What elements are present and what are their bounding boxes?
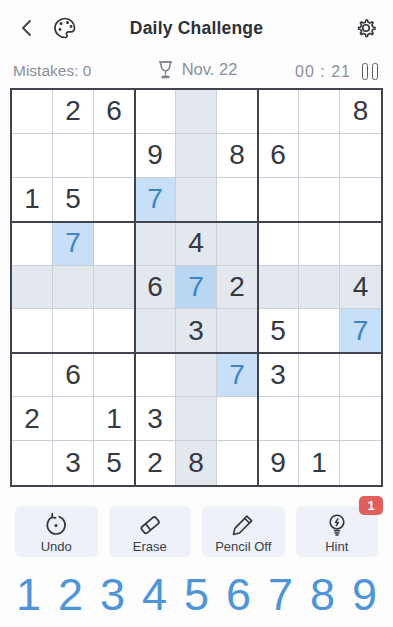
cell-value: 3 (147, 403, 163, 435)
cell-r2c7[interactable]: 6 (258, 134, 299, 178)
cell-r4c7[interactable] (258, 222, 299, 266)
cell-r8c4[interactable]: 3 (135, 397, 176, 441)
numpad-2[interactable]: 2 (58, 572, 83, 617)
cell-r3c2[interactable]: 5 (53, 178, 94, 222)
cell-value: 3 (188, 315, 204, 347)
cell-value: 4 (353, 271, 369, 303)
cell-r3c4[interactable]: 7 (135, 178, 176, 222)
cell-r4c1[interactable] (12, 222, 53, 266)
cell-r8c6[interactable] (217, 397, 258, 441)
cell-value: 7 (65, 227, 81, 259)
settings-button[interactable] (351, 13, 381, 43)
block-divider-horizontal (12, 221, 381, 223)
pencil-icon (230, 512, 256, 538)
pause-icon (372, 63, 378, 80)
cell-r7c9[interactable] (340, 353, 381, 397)
cell-r2c6[interactable]: 8 (217, 134, 258, 178)
sudoku-grid[interactable]: 268986157746724357673213352891 (12, 90, 381, 485)
cell-value: 5 (270, 315, 286, 347)
cell-value: 1 (24, 183, 40, 215)
pencil-label: Pencil Off (215, 539, 271, 554)
cell-r9c3[interactable]: 5 (94, 441, 135, 485)
cell-r1c6[interactable] (217, 90, 258, 134)
cell-r2c5[interactable] (176, 134, 217, 178)
numpad-4[interactable]: 4 (142, 572, 167, 617)
cell-r2c8[interactable] (299, 134, 340, 178)
cell-r3c9[interactable] (340, 178, 381, 222)
cell-r7c7[interactable]: 3 (258, 353, 299, 397)
cell-r5c4[interactable]: 6 (135, 266, 176, 310)
cell-r5c5[interactable]: 7 (176, 266, 217, 310)
erase-button[interactable]: Erase (109, 506, 192, 557)
timer-area: 00 : 21 (295, 61, 380, 82)
gear-icon (353, 15, 379, 41)
cell-r5c6[interactable]: 2 (217, 266, 258, 310)
cell-r8c2[interactable] (53, 397, 94, 441)
cell-r5c7[interactable] (258, 266, 299, 310)
cell-r8c3[interactable]: 1 (94, 397, 135, 441)
cell-r7c6[interactable]: 7 (217, 353, 258, 397)
numpad-8[interactable]: 8 (310, 572, 335, 617)
cell-r2c2[interactable] (53, 134, 94, 178)
cell-r3c7[interactable] (258, 178, 299, 222)
cell-r7c2[interactable]: 6 (53, 353, 94, 397)
cell-r8c5[interactable] (176, 397, 217, 441)
cell-r6c4[interactable] (135, 309, 176, 353)
timer-value: 00 : 21 (295, 63, 351, 81)
pause-icon (362, 63, 368, 80)
page-title: Daily Challenge (0, 18, 393, 39)
cell-r9c5[interactable]: 8 (176, 441, 217, 485)
cell-value: 8 (229, 139, 245, 171)
cell-r6c2[interactable] (53, 309, 94, 353)
cell-r6c6[interactable] (217, 309, 258, 353)
cell-r5c2[interactable] (53, 266, 94, 310)
erase-label: Erase (133, 539, 167, 554)
cell-r8c1[interactable]: 2 (12, 397, 53, 441)
cell-value: 6 (147, 271, 163, 303)
pencil-toggle-button[interactable]: Pencil Off (202, 506, 285, 557)
cell-value: 7 (188, 271, 204, 303)
cell-r1c1[interactable] (12, 90, 53, 134)
cell-r7c4[interactable] (135, 353, 176, 397)
challenge-date-label: Nov. 22 (182, 60, 238, 79)
cell-r2c3[interactable] (94, 134, 135, 178)
cell-r4c8[interactable] (299, 222, 340, 266)
cell-r4c2[interactable]: 7 (53, 222, 94, 266)
cell-r4c9[interactable] (340, 222, 381, 266)
cell-value: 1 (106, 403, 122, 435)
cell-r3c5[interactable] (176, 178, 217, 222)
cell-value: 6 (65, 359, 81, 391)
app-screen: Daily Challenge Mistakes: 0 Nov. 22 (0, 0, 393, 627)
numpad-1[interactable]: 1 (16, 572, 41, 617)
cell-r1c2[interactable]: 2 (53, 90, 94, 134)
numpad-7[interactable]: 7 (268, 572, 293, 617)
cell-r2c9[interactable] (340, 134, 381, 178)
cell-r1c9[interactable]: 8 (340, 90, 381, 134)
cell-value: 9 (147, 139, 163, 171)
cell-value: 2 (65, 95, 81, 127)
eraser-icon (137, 512, 163, 538)
cell-r6c5[interactable]: 3 (176, 309, 217, 353)
hint-bulb-icon (324, 512, 350, 538)
numpad-5[interactable]: 5 (184, 572, 209, 617)
cell-value: 8 (353, 95, 369, 127)
block-divider-vertical (257, 90, 259, 485)
cell-r5c8[interactable] (299, 266, 340, 310)
cell-r1c5[interactable] (176, 90, 217, 134)
cell-r9c7[interactable]: 9 (258, 441, 299, 485)
cell-r6c3[interactable] (94, 309, 135, 353)
cell-r9c4[interactable]: 2 (135, 441, 176, 485)
header: Daily Challenge (0, 0, 393, 55)
block-divider-vertical (134, 90, 136, 485)
cell-r6c7[interactable]: 5 (258, 309, 299, 353)
numpad-6[interactable]: 6 (226, 572, 251, 617)
cell-value: 1 (311, 447, 327, 479)
cell-r7c5[interactable] (176, 353, 217, 397)
cell-r9c2[interactable]: 3 (53, 441, 94, 485)
cell-r5c1[interactable] (12, 266, 53, 310)
hint-button[interactable]: 1 Hint (296, 506, 379, 557)
cell-r3c3[interactable] (94, 178, 135, 222)
hint-label: Hint (325, 539, 348, 554)
cell-r8c7[interactable] (258, 397, 299, 441)
cell-value: 6 (270, 139, 286, 171)
cell-value: 2 (229, 271, 245, 303)
sudoku-board: 268986157746724357673213352891 (10, 88, 383, 487)
cell-value: 4 (188, 227, 204, 259)
cell-value: 5 (106, 447, 122, 479)
cell-r3c8[interactable] (299, 178, 340, 222)
cell-r6c8[interactable] (299, 309, 340, 353)
toolbar: Undo Erase (15, 506, 378, 557)
cell-r1c4[interactable] (135, 90, 176, 134)
cell-r1c8[interactable] (299, 90, 340, 134)
cell-r6c9[interactable]: 7 (340, 309, 381, 353)
cell-value: 9 (270, 447, 286, 479)
cell-r8c9[interactable] (340, 397, 381, 441)
cell-value: 7 (229, 359, 245, 391)
cell-r2c4[interactable]: 9 (135, 134, 176, 178)
number-pad: 1 2 3 4 5 6 7 8 9 (16, 567, 377, 621)
cell-r1c7[interactable] (258, 90, 299, 134)
hint-badge: 1 (359, 496, 383, 515)
cell-value: 3 (270, 359, 286, 391)
cell-r7c8[interactable] (299, 353, 340, 397)
status-bar: Mistakes: 0 Nov. 22 00 : 21 (0, 55, 393, 87)
cell-r5c9[interactable]: 4 (340, 266, 381, 310)
trophy-icon (156, 59, 175, 80)
cell-r8c8[interactable] (299, 397, 340, 441)
cell-r4c3[interactable] (94, 222, 135, 266)
cell-r4c6[interactable] (217, 222, 258, 266)
numpad-3[interactable]: 3 (100, 572, 125, 617)
undo-button[interactable]: Undo (15, 506, 98, 557)
cell-r9c9[interactable] (340, 441, 381, 485)
cell-r7c3[interactable] (94, 353, 135, 397)
cell-r7c1[interactable] (12, 353, 53, 397)
block-divider-horizontal (12, 352, 381, 354)
pause-button[interactable] (360, 61, 380, 82)
cell-value: 3 (65, 447, 81, 479)
cell-value: 7 (147, 183, 163, 215)
undo-icon (43, 512, 69, 538)
cell-value: 2 (147, 447, 163, 479)
undo-label: Undo (41, 539, 72, 554)
cell-value: 6 (106, 95, 122, 127)
cell-value: 7 (353, 315, 369, 347)
cell-r4c5[interactable]: 4 (176, 222, 217, 266)
cell-value: 8 (188, 447, 204, 479)
cell-value: 2 (24, 403, 40, 435)
cell-r3c1[interactable]: 1 (12, 178, 53, 222)
cell-r6c1[interactable] (12, 309, 53, 353)
cell-value: 5 (65, 183, 81, 215)
cell-r2c1[interactable] (12, 134, 53, 178)
cell-r3c6[interactable] (217, 178, 258, 222)
cell-r9c8[interactable]: 1 (299, 441, 340, 485)
cell-r9c1[interactable] (12, 441, 53, 485)
cell-r5c3[interactable] (94, 266, 135, 310)
cell-r1c3[interactable]: 6 (94, 90, 135, 134)
numpad-9[interactable]: 9 (352, 572, 377, 617)
cell-r9c6[interactable] (217, 441, 258, 485)
cell-r4c4[interactable] (135, 222, 176, 266)
